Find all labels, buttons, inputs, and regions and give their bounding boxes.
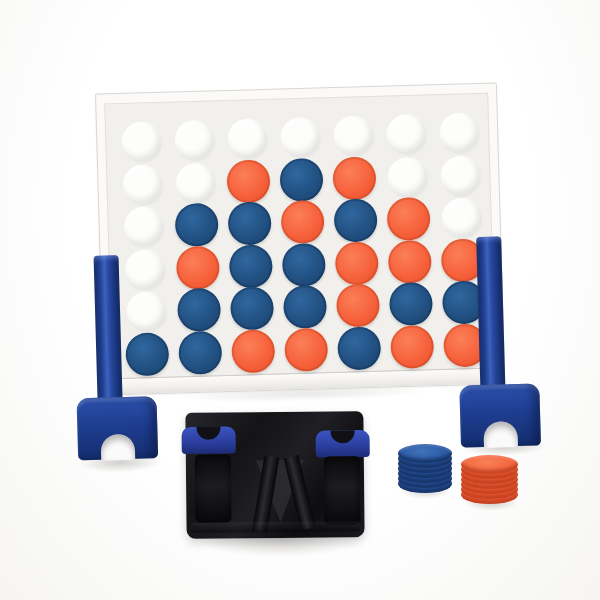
blue-disc	[229, 287, 273, 331]
blue-disc	[178, 330, 222, 374]
orange-stack-disc	[461, 455, 518, 474]
carry-bag	[185, 411, 364, 539]
board-cell-r3c5	[328, 199, 382, 243]
bag-side-pocket-right	[324, 456, 361, 524]
board-cell-r6c3	[226, 329, 280, 373]
blue-stack-disc	[398, 444, 452, 463]
orange-disc	[390, 325, 434, 369]
board-cell-r5c1	[119, 290, 173, 334]
blue-disc	[333, 199, 377, 243]
board-cell-r1c1	[114, 120, 168, 164]
board-cell-r6c5	[332, 326, 386, 370]
board-cell-r3c2	[169, 203, 223, 247]
stand-foot-right	[459, 383, 541, 447]
board-cell-r6c4	[279, 328, 333, 372]
board-cell-r4c2	[170, 246, 224, 290]
board-cell-r6c6	[385, 325, 439, 369]
board-cell-r2c1	[115, 162, 169, 206]
stand-foot-left	[76, 396, 158, 460]
board-cell-r2c3	[221, 159, 275, 203]
board-cell-r5c3	[224, 287, 278, 331]
board-cell-r3c1	[116, 205, 170, 249]
empty-hole	[121, 122, 161, 162]
empty-hole	[439, 113, 479, 153]
board-cell-r2c5	[327, 156, 381, 200]
board-cell-r6c1	[120, 332, 174, 376]
blue-disc	[227, 202, 271, 246]
orange-disc	[226, 159, 270, 203]
board-cell-r1c6	[379, 112, 433, 156]
orange-disc	[332, 156, 376, 200]
blue-disc	[228, 244, 272, 288]
board-cell-r2c2	[168, 161, 222, 205]
empty-hole	[175, 163, 215, 203]
board-cell-r4c6	[382, 240, 436, 284]
board-cell-r4c4	[276, 243, 330, 287]
foot-notch	[196, 427, 220, 440]
board-cell-r1c7	[432, 111, 486, 155]
board-cell-r1c4	[273, 115, 327, 159]
empty-hole	[227, 119, 267, 159]
stored-blue-foot-left	[181, 426, 235, 454]
board-cell-r5c6	[383, 282, 437, 326]
board-grid	[114, 111, 492, 376]
blue-disc	[174, 203, 218, 247]
stand-post-right	[476, 236, 505, 395]
blue-disc	[279, 158, 323, 202]
board-cell-r3c6	[381, 197, 435, 241]
empty-hole	[123, 207, 163, 247]
orange-disc	[175, 246, 219, 290]
board-cell-r3c3	[222, 202, 276, 246]
orange-disc	[386, 197, 430, 241]
blue-disc	[125, 332, 169, 376]
orange-disc	[280, 200, 324, 244]
orange-disc	[387, 240, 431, 284]
orange-disc	[335, 284, 379, 328]
board-cell-r3c7	[434, 196, 488, 240]
foot-arch-cutout	[483, 421, 518, 448]
blue-disc	[282, 285, 326, 329]
board-cell-r4c1	[117, 247, 171, 291]
orange-disc	[231, 329, 275, 373]
empty-hole	[441, 198, 481, 238]
blue-disc	[176, 288, 220, 332]
stored-blue-foot-right	[316, 430, 370, 458]
board-cell-r4c5	[329, 241, 383, 285]
connect-four-board	[95, 82, 505, 395]
empty-hole	[126, 292, 166, 332]
board-cell-r3c4	[275, 200, 329, 244]
foot-arch-cutout	[101, 434, 136, 461]
bag-side-pocket-left	[195, 454, 232, 522]
empty-hole	[280, 117, 320, 157]
board-cell-r6c2	[173, 331, 227, 375]
foot-notch	[331, 430, 355, 443]
board-cell-r2c7	[433, 153, 487, 197]
board-cell-r2c6	[380, 155, 434, 199]
stand-post-left	[94, 255, 123, 408]
empty-hole	[122, 164, 162, 204]
board-cell-r5c2	[171, 288, 225, 332]
board-cell-r5c4	[277, 285, 331, 329]
empty-hole	[387, 157, 427, 197]
empty-hole	[124, 249, 164, 289]
orange-disc	[284, 328, 328, 372]
empty-hole	[333, 116, 373, 156]
blue-disc	[281, 243, 325, 287]
board-cell-r5c5	[330, 284, 384, 328]
orange-disc	[334, 241, 378, 285]
product-photo-scene	[0, 0, 600, 600]
empty-hole	[386, 114, 426, 154]
blue-disc-stack	[398, 444, 452, 496]
board-cell-r2c4	[274, 158, 328, 202]
board-cell-r4c3	[223, 244, 277, 288]
board-cell-r1c3	[220, 117, 274, 161]
board-cell-r1c2	[167, 118, 221, 162]
empty-hole	[440, 155, 480, 195]
blue-disc	[388, 282, 432, 326]
bag-bottom-hem	[190, 521, 360, 533]
board-cell-r1c5	[326, 114, 380, 158]
empty-hole	[174, 120, 214, 160]
blue-disc	[337, 326, 381, 370]
orange-disc-stack	[461, 455, 518, 507]
